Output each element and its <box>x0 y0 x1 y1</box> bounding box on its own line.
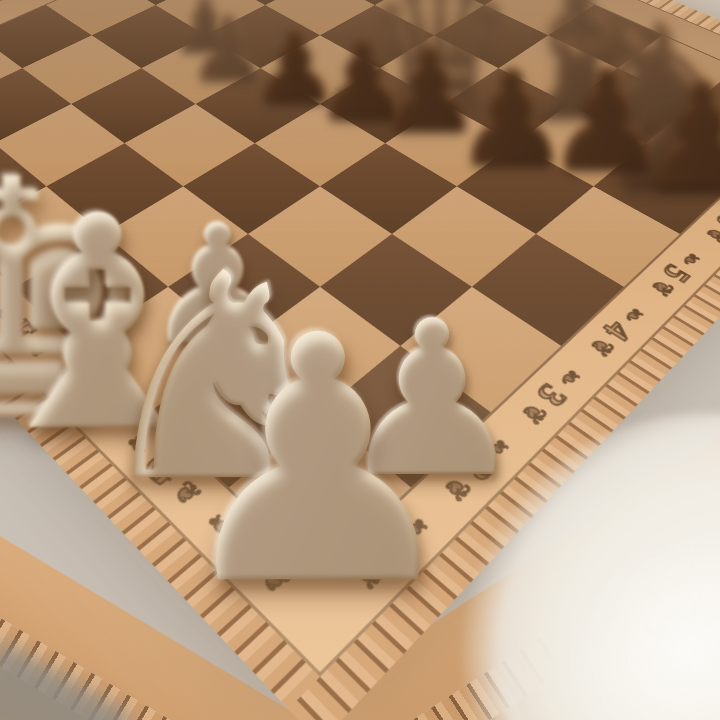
chess-set-photo: ❧A❦❧B❦❧C❦❧D❦❧E❦❧F❦❧G❦❧H❦❧1❦❧2❦❧3❦❧4❦❧5❦❧… <box>0 0 720 720</box>
black-pawn-h7[interactable]: ♟ <box>628 63 720 211</box>
white-pawn-h1[interactable]: ♟ <box>148 291 488 631</box>
